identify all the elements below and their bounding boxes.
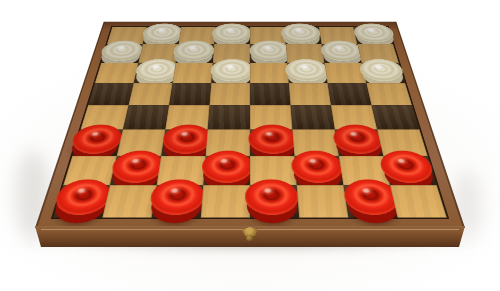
checker-white[interactable] <box>141 23 184 42</box>
square-e5[interactable] <box>250 83 290 105</box>
square-f1 <box>297 185 349 217</box>
square-h5 <box>366 83 412 105</box>
square-g5[interactable] <box>328 83 372 105</box>
board-grid <box>53 27 447 218</box>
square-a5[interactable] <box>88 83 134 105</box>
square-d1 <box>201 185 250 217</box>
square-f4[interactable] <box>290 105 334 129</box>
square-a7[interactable] <box>101 44 143 63</box>
scene <box>0 0 500 291</box>
checker-red[interactable] <box>161 125 213 154</box>
checker-white[interactable] <box>285 59 330 82</box>
checker-red[interactable] <box>68 125 124 154</box>
checker-red[interactable] <box>248 125 298 154</box>
square-d6[interactable] <box>211 63 250 83</box>
square-a1[interactable] <box>53 185 110 217</box>
square-c3[interactable] <box>161 129 207 156</box>
perspective-wrapper <box>35 0 465 228</box>
square-f6[interactable] <box>287 63 327 83</box>
square-c7[interactable] <box>176 44 215 63</box>
square-e6 <box>250 63 289 83</box>
checker-red[interactable] <box>245 179 300 215</box>
square-c1[interactable] <box>152 185 204 217</box>
square-e1[interactable] <box>250 185 299 217</box>
square-b2[interactable] <box>110 156 161 185</box>
checker-white[interactable] <box>211 23 251 42</box>
square-h8[interactable] <box>353 27 393 44</box>
checker-white[interactable] <box>358 59 406 82</box>
square-a6 <box>95 63 139 83</box>
square-d5 <box>210 83 250 105</box>
square-b1 <box>102 185 156 217</box>
square-c6 <box>172 63 212 83</box>
checker-white[interactable] <box>210 59 253 82</box>
square-a3[interactable] <box>72 129 123 156</box>
checkers-board <box>35 22 465 228</box>
checker-red[interactable] <box>201 151 253 183</box>
square-b6[interactable] <box>134 63 176 83</box>
checker-red[interactable] <box>290 151 344 183</box>
brass-clasp-knob <box>246 235 253 241</box>
square-b4[interactable] <box>123 105 169 129</box>
square-d4[interactable] <box>208 105 250 129</box>
square-h1 <box>390 185 447 217</box>
square-g3[interactable] <box>335 129 384 156</box>
square-g1[interactable] <box>343 185 397 217</box>
square-e7[interactable] <box>250 44 287 63</box>
square-f8[interactable] <box>284 27 321 44</box>
square-h4[interactable] <box>371 105 419 129</box>
checker-white[interactable] <box>281 23 322 42</box>
checker-white[interactable] <box>352 23 396 42</box>
square-f2[interactable] <box>294 156 343 185</box>
square-d2[interactable] <box>203 156 250 185</box>
square-c5[interactable] <box>169 83 211 105</box>
square-b5 <box>129 83 173 105</box>
square-d8[interactable] <box>214 27 250 44</box>
square-e3[interactable] <box>250 129 294 156</box>
checker-white[interactable] <box>172 41 215 62</box>
checker-red[interactable] <box>148 179 206 215</box>
square-h6[interactable] <box>362 63 406 83</box>
square-f5 <box>289 83 331 105</box>
checker-white[interactable] <box>99 41 145 62</box>
square-g7[interactable] <box>321 44 361 63</box>
square-h2[interactable] <box>383 156 436 185</box>
square-b8[interactable] <box>143 27 181 44</box>
